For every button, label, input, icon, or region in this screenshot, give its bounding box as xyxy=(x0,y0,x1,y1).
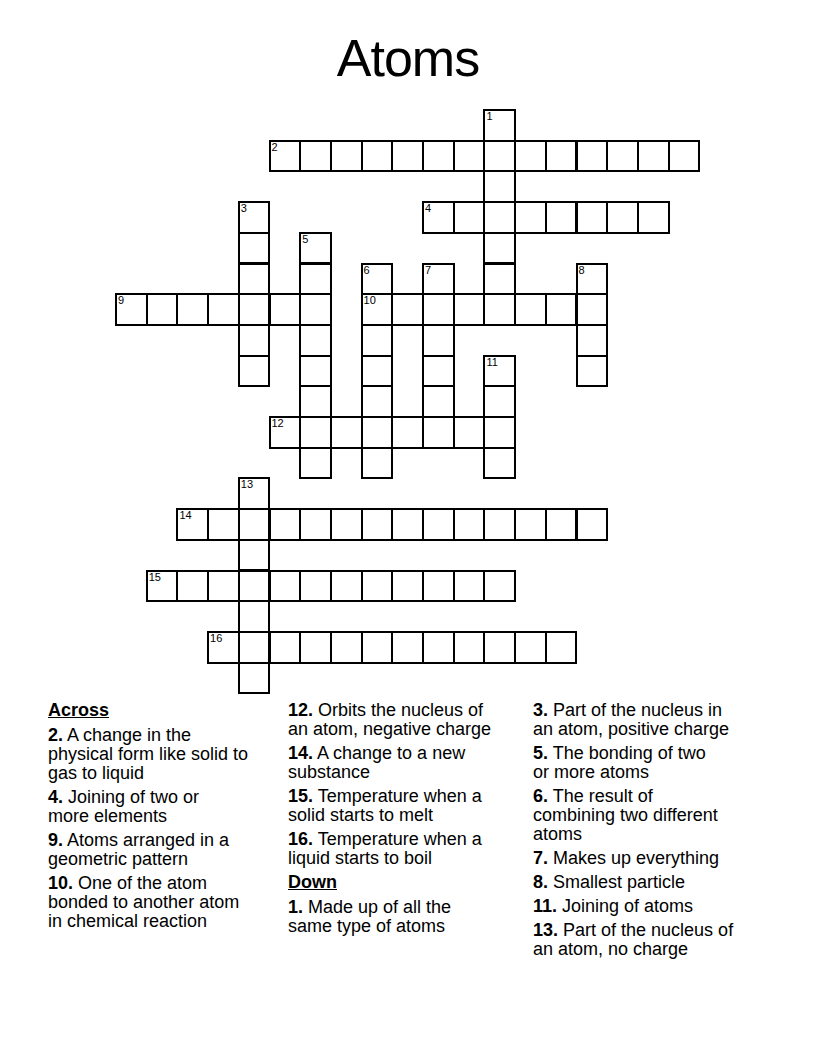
clue-number: 11. xyxy=(533,896,557,916)
clue-number: 3. xyxy=(533,700,548,720)
crossword-cell[interactable] xyxy=(637,140,670,173)
crossword-cell[interactable] xyxy=(176,293,209,326)
crossword-cell[interactable] xyxy=(238,539,271,572)
crossword-cell[interactable] xyxy=(207,293,240,326)
crossword-cell[interactable] xyxy=(391,631,424,664)
clue-number: 15. xyxy=(288,786,313,806)
crossword-cell[interactable] xyxy=(422,385,455,418)
clue-number: 8. xyxy=(533,872,548,892)
crossword-cell[interactable] xyxy=(361,508,394,541)
cell-number-label: 16 xyxy=(210,633,222,644)
crossword-cell[interactable] xyxy=(514,631,547,664)
crossword-cell[interactable] xyxy=(361,385,394,418)
clue-list-heading: Across xyxy=(48,701,291,720)
crossword-cell[interactable] xyxy=(391,508,424,541)
cell-number-label: 14 xyxy=(179,510,191,521)
clue-number: 9. xyxy=(48,830,63,850)
crossword-cell[interactable] xyxy=(299,293,332,326)
clue-item: 4. Joining of two ormore elements xyxy=(48,788,291,826)
crossword-cell[interactable] xyxy=(576,324,609,357)
crossword-cell[interactable]: 10 xyxy=(361,293,394,326)
crossword-cell[interactable]: 13 xyxy=(238,477,271,510)
clue-item: 2. A change in thephysical form like sol… xyxy=(48,726,291,783)
crossword-cell[interactable] xyxy=(361,355,394,388)
cell-number-label: 13 xyxy=(241,479,253,490)
crossword-cell[interactable] xyxy=(422,324,455,357)
clue-number: 4. xyxy=(48,787,63,807)
crossword-cell[interactable] xyxy=(146,293,179,326)
cell-number-label: 11 xyxy=(486,357,497,368)
clue-item: 9. Atoms arranged in ageometric pattern xyxy=(48,831,291,869)
crossword-cell[interactable] xyxy=(299,355,332,388)
crossword-cell[interactable] xyxy=(330,140,363,173)
crossword-grid: 12345678910111213141516 xyxy=(115,109,701,695)
crossword-cell[interactable] xyxy=(391,570,424,603)
crossword-cell[interactable] xyxy=(483,140,516,173)
crossword-cell[interactable] xyxy=(422,140,455,173)
crossword-cell[interactable] xyxy=(391,293,424,326)
crossword-cell[interactable] xyxy=(176,570,209,603)
crossword-cell[interactable] xyxy=(299,263,332,296)
crossword-cell[interactable] xyxy=(238,508,271,541)
clue-column: 3. Part of the nucleus inan atom, positi… xyxy=(533,701,776,964)
crossword-cell[interactable] xyxy=(238,324,271,357)
crossword-cell[interactable] xyxy=(299,508,332,541)
crossword-cell[interactable] xyxy=(391,140,424,173)
clue-number: 7. xyxy=(533,848,548,868)
clue-item: 8. Smallest particle xyxy=(533,873,776,892)
clue-item: 6. The result ofcombining two differenta… xyxy=(533,787,776,844)
crossword-cell[interactable]: 9 xyxy=(115,293,148,326)
clue-number: 14. xyxy=(288,743,313,763)
clue-item: 7. Makes up everything xyxy=(533,849,776,868)
crossword-cell[interactable] xyxy=(483,170,516,203)
crossword-cell[interactable] xyxy=(422,416,455,449)
crossword-cell[interactable] xyxy=(422,293,455,326)
cell-number-label: 2 xyxy=(272,142,278,153)
crossword-cell[interactable] xyxy=(453,631,486,664)
crossword-cell[interactable] xyxy=(361,447,394,480)
crossword-cell[interactable] xyxy=(453,201,486,234)
crossword-cell[interactable] xyxy=(299,570,332,603)
crossword-cell[interactable]: 4 xyxy=(422,201,455,234)
clue-column: Across2. A change in thephysical form li… xyxy=(48,701,291,936)
crossword-cell[interactable] xyxy=(453,416,486,449)
crossword-cell[interactable] xyxy=(269,631,302,664)
crossword-cell[interactable] xyxy=(330,416,363,449)
crossword-cell[interactable] xyxy=(576,355,609,388)
crossword-cell[interactable] xyxy=(483,631,516,664)
crossword-cell[interactable] xyxy=(361,324,394,357)
clue-item: 10. One of the atombonded to another ato… xyxy=(48,874,291,931)
crossword-cell[interactable] xyxy=(545,508,578,541)
crossword-cell[interactable] xyxy=(422,570,455,603)
crossword-cell[interactable] xyxy=(299,416,332,449)
crossword-cell[interactable] xyxy=(637,201,670,234)
crossword-cell[interactable] xyxy=(299,324,332,357)
crossword-cell[interactable] xyxy=(545,293,578,326)
crossword-cell[interactable] xyxy=(576,201,609,234)
crossword-cell[interactable]: 1 xyxy=(483,109,516,142)
crossword-cell[interactable] xyxy=(330,570,363,603)
crossword-cell[interactable]: 8 xyxy=(576,263,609,296)
cell-number-label: 6 xyxy=(364,265,370,276)
crossword-cell[interactable] xyxy=(422,631,455,664)
crossword-cell[interactable] xyxy=(238,662,271,695)
worksheet-page: Atoms 12345678910111213141516 Across2. A… xyxy=(0,0,816,1056)
crossword-cell[interactable] xyxy=(483,416,516,449)
crossword-cell[interactable] xyxy=(483,447,516,480)
crossword-cell[interactable] xyxy=(361,631,394,664)
crossword-cell[interactable] xyxy=(545,140,578,173)
crossword-cell[interactable]: 2 xyxy=(269,140,302,173)
clue-list-heading: Down xyxy=(288,873,531,892)
crossword-cell[interactable]: 6 xyxy=(361,263,394,296)
crossword-cell[interactable] xyxy=(330,631,363,664)
crossword-cell[interactable] xyxy=(361,570,394,603)
clue-item: 14. A change to a newsubstance xyxy=(288,744,531,782)
crossword-cell[interactable] xyxy=(453,508,486,541)
crossword-cell[interactable] xyxy=(299,447,332,480)
crossword-cell[interactable] xyxy=(514,293,547,326)
cell-number-label: 15 xyxy=(149,572,161,583)
crossword-cell[interactable]: 7 xyxy=(422,263,455,296)
crossword-cell[interactable] xyxy=(361,140,394,173)
crossword-cell[interactable] xyxy=(238,263,271,296)
crossword-cell[interactable] xyxy=(391,416,424,449)
cell-number-label: 1 xyxy=(486,111,492,122)
cell-number-label: 5 xyxy=(302,234,308,245)
crossword-cell[interactable] xyxy=(514,508,547,541)
crossword-cell[interactable] xyxy=(207,570,240,603)
crossword-cell[interactable] xyxy=(545,631,578,664)
cell-number-label: 3 xyxy=(241,203,247,214)
clue-number: 10. xyxy=(48,873,73,893)
crossword-cell[interactable] xyxy=(238,293,271,326)
clue-item: 15. Temperature when asolid starts to me… xyxy=(288,787,531,825)
clue-number: 12. xyxy=(288,700,313,720)
crossword-cell[interactable] xyxy=(483,232,516,265)
crossword-cell[interactable]: 3 xyxy=(238,201,271,234)
crossword-cell[interactable] xyxy=(483,293,516,326)
crossword-cell[interactable]: 12 xyxy=(269,416,302,449)
clue-column: 12. Orbits the nucleus ofan atom, negati… xyxy=(288,701,531,941)
crossword-cell[interactable] xyxy=(483,570,516,603)
clue-item: 13. Part of the nucleus ofan atom, no ch… xyxy=(533,921,776,959)
clue-number: 16. xyxy=(288,829,313,849)
crossword-cell[interactable]: 11 xyxy=(483,355,516,388)
crossword-cell[interactable] xyxy=(269,293,302,326)
crossword-cell[interactable]: 15 xyxy=(146,570,179,603)
crossword-cell[interactable] xyxy=(514,140,547,173)
crossword-cell[interactable] xyxy=(299,385,332,418)
cell-number-label: 8 xyxy=(579,265,585,276)
crossword-cell[interactable] xyxy=(269,508,302,541)
crossword-cell[interactable]: 5 xyxy=(299,232,332,265)
crossword-cell[interactable] xyxy=(238,355,271,388)
crossword-cell[interactable] xyxy=(576,293,609,326)
crossword-cell[interactable] xyxy=(238,600,271,633)
clue-item: 3. Part of the nucleus inan atom, positi… xyxy=(533,701,776,739)
crossword-cell[interactable] xyxy=(483,201,516,234)
crossword-cell[interactable] xyxy=(453,293,486,326)
crossword-cell[interactable]: 16 xyxy=(207,631,240,664)
crossword-cell[interactable] xyxy=(330,508,363,541)
crossword-cell[interactable] xyxy=(361,416,394,449)
crossword-cell[interactable] xyxy=(576,508,609,541)
crossword-cell[interactable] xyxy=(483,263,516,296)
cell-number-label: 4 xyxy=(425,203,431,214)
crossword-cell[interactable] xyxy=(269,570,302,603)
clue-number: 2. xyxy=(48,725,63,745)
crossword-cell[interactable] xyxy=(576,140,609,173)
crossword-cell[interactable] xyxy=(238,232,271,265)
crossword-cell[interactable] xyxy=(207,508,240,541)
clue-number: 1. xyxy=(288,897,303,917)
crossword-cell[interactable] xyxy=(483,508,516,541)
crossword-cell[interactable] xyxy=(238,570,271,603)
clue-item: 1. Made up of all thesame type of atoms xyxy=(288,898,531,936)
cell-number-label: 12 xyxy=(272,418,284,429)
crossword-cell[interactable] xyxy=(453,140,486,173)
cell-number-label: 10 xyxy=(364,295,376,306)
clue-item: 16. Temperature when aliquid starts to b… xyxy=(288,830,531,868)
puzzle-title: Atoms xyxy=(0,30,816,86)
crossword-cell[interactable] xyxy=(606,140,639,173)
crossword-cell[interactable]: 14 xyxy=(176,508,209,541)
clue-item: 5. The bonding of twoor more atoms xyxy=(533,744,776,782)
crossword-cell[interactable] xyxy=(422,508,455,541)
crossword-cell[interactable] xyxy=(299,140,332,173)
crossword-cell[interactable] xyxy=(453,570,486,603)
crossword-cell[interactable] xyxy=(514,201,547,234)
crossword-cell[interactable] xyxy=(606,201,639,234)
crossword-cell[interactable] xyxy=(668,140,701,173)
clue-item: 12. Orbits the nucleus ofan atom, negati… xyxy=(288,701,531,739)
crossword-cell[interactable] xyxy=(483,385,516,418)
clue-number: 5. xyxy=(533,743,548,763)
crossword-cell[interactable] xyxy=(545,201,578,234)
clue-item: 11. Joining of atoms xyxy=(533,897,776,916)
crossword-cell[interactable] xyxy=(422,355,455,388)
clue-number: 13. xyxy=(533,920,558,940)
clue-number: 6. xyxy=(533,786,548,806)
cell-number-label: 7 xyxy=(425,265,431,276)
cell-number-label: 9 xyxy=(118,295,124,306)
crossword-cell[interactable] xyxy=(238,631,271,664)
crossword-cell[interactable] xyxy=(299,631,332,664)
